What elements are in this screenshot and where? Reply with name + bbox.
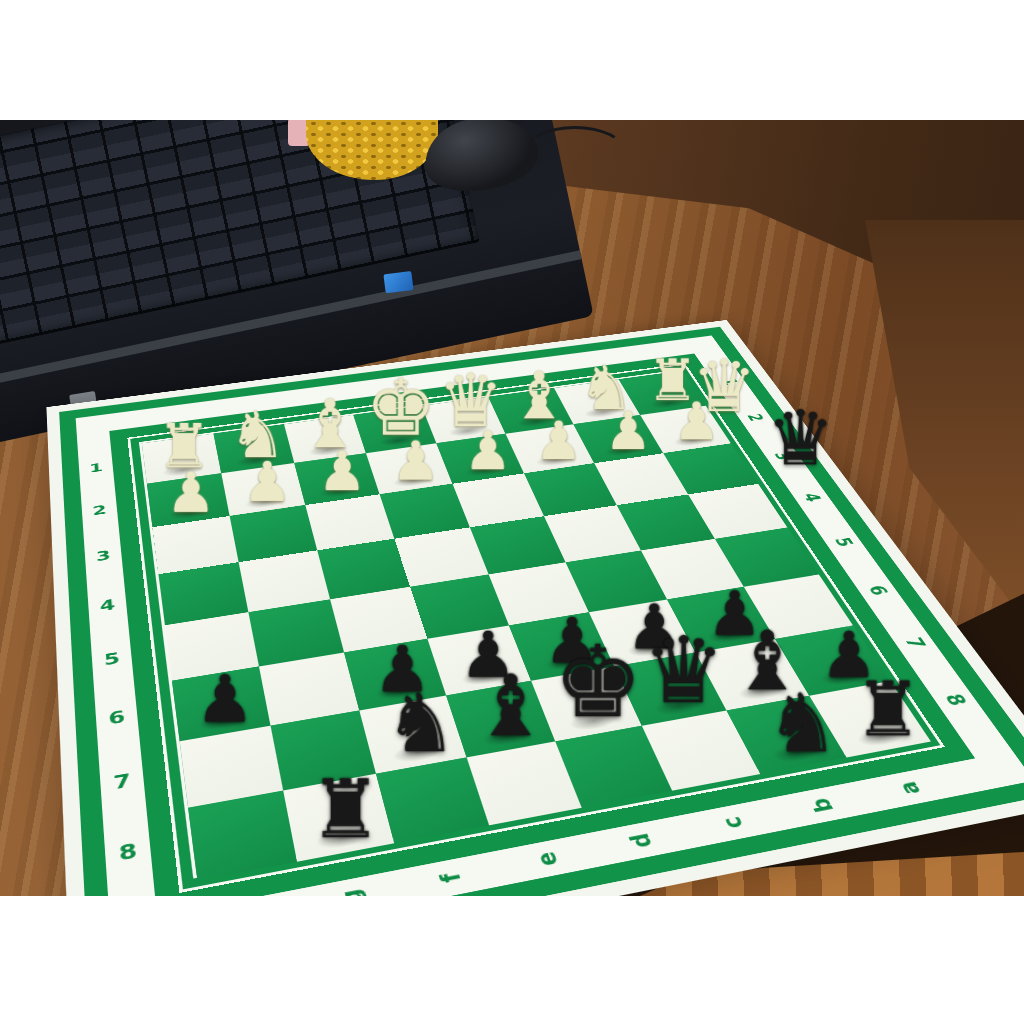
board-square: ♟ [221,463,305,516]
piece-shadow [479,725,534,750]
piece-shadow [314,824,372,852]
product-photo: ♜♞♝♚♛♝♞♜♟♟♟♟♟♟♟♟♟♟♟♟♟♟♞♝♚♛♝♟♜♞♜ 12345678… [0,0,1024,1024]
piece-shadow [566,709,621,733]
rank-label-2: 2 [81,487,119,536]
rank-label-5: 5 [90,629,134,691]
mouse-cable [524,126,626,178]
piece-shadow [734,680,788,703]
piece-shadow [853,725,910,750]
photo-matte-bottom [0,896,1024,1024]
rank-label-8: 8 [103,812,154,894]
piece-shadow [390,740,445,765]
piece-shadow [391,473,435,489]
board-square [271,710,376,790]
piece-shadow [816,666,870,688]
piece-shadow [168,504,213,521]
laptop-sticker [383,271,413,293]
photo-matte-top [0,0,1024,120]
board-square [248,599,344,666]
rank-label-7: 7 [98,746,146,821]
rank-label-4: 4 [87,578,129,635]
